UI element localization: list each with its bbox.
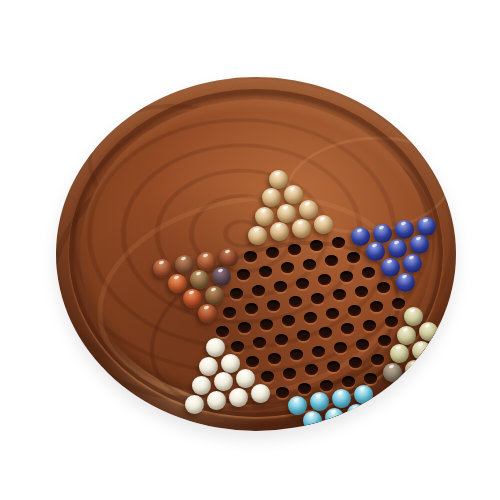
marble-white[interactable]	[207, 391, 226, 410]
hole[interactable]	[364, 373, 377, 384]
marble-olive[interactable]	[397, 326, 416, 345]
hole[interactable]	[246, 356, 259, 367]
marble-red-brown[interactable]	[168, 274, 187, 293]
hole[interactable]	[281, 262, 294, 273]
marble-turquoise[interactable]	[325, 408, 344, 427]
marble-white[interactable]	[192, 376, 211, 395]
marble-turquoise[interactable]	[310, 392, 329, 411]
marble-olive[interactable]	[449, 353, 457, 372]
hole[interactable]	[327, 361, 340, 372]
marble-olive[interactable]	[404, 307, 423, 326]
hole[interactable]	[332, 237, 345, 248]
marble-olive[interactable]	[390, 344, 409, 363]
hole[interactable]	[296, 278, 309, 289]
hole[interactable]	[305, 364, 318, 375]
marble-tan[interactable]	[277, 204, 296, 223]
hole[interactable]	[362, 267, 375, 278]
marble-tan[interactable]	[269, 170, 288, 189]
marble-olive[interactable]	[412, 341, 431, 360]
marble-olive[interactable]	[383, 363, 402, 382]
hole[interactable]	[238, 322, 251, 333]
marble-turquoise[interactable]	[347, 404, 366, 423]
marble-olive[interactable]	[419, 322, 438, 341]
hole[interactable]	[342, 376, 355, 387]
hole[interactable]	[252, 285, 265, 296]
marble-olive[interactable]	[427, 356, 446, 375]
hole[interactable]	[312, 346, 325, 357]
marble-red-brown[interactable]	[205, 286, 224, 305]
marble-tan[interactable]	[248, 226, 267, 245]
hole[interactable]	[289, 296, 302, 307]
marble-red-brown[interactable]	[197, 252, 216, 271]
marble-white[interactable]	[185, 395, 204, 414]
hole[interactable]	[319, 327, 332, 338]
hole[interactable]	[223, 307, 236, 318]
hole[interactable]	[392, 298, 405, 309]
marble-white[interactable]	[199, 357, 218, 376]
hole[interactable]	[371, 354, 384, 365]
hole[interactable]	[266, 247, 279, 258]
hole[interactable]	[378, 335, 391, 346]
marble-tan[interactable]	[262, 188, 281, 207]
marble-red-brown[interactable]	[175, 255, 194, 274]
hole[interactable]	[377, 282, 390, 293]
marble-red-brown[interactable]	[183, 289, 202, 308]
hole[interactable]	[274, 281, 287, 292]
marble-red-brown[interactable]	[219, 248, 238, 267]
hole[interactable]	[290, 349, 303, 360]
marble-blue[interactable]	[366, 242, 385, 261]
marble-turquoise[interactable]	[303, 411, 322, 430]
hole[interactable]	[216, 326, 229, 337]
hole[interactable]	[244, 251, 257, 262]
marble-tan[interactable]	[299, 200, 318, 219]
hole[interactable]	[303, 259, 316, 270]
hole[interactable]	[385, 316, 398, 327]
marble-blue[interactable]	[417, 217, 436, 236]
hole[interactable]	[237, 269, 250, 280]
hole[interactable]	[230, 288, 243, 299]
hole[interactable]	[297, 330, 310, 341]
hole[interactable]	[325, 255, 338, 266]
hole[interactable]	[298, 383, 311, 394]
hole[interactable]	[253, 337, 266, 348]
hole[interactable]	[452, 359, 457, 370]
hole[interactable]	[261, 371, 274, 382]
hole[interactable]	[245, 303, 258, 314]
hole[interactable]	[350, 410, 363, 421]
hole[interactable]	[310, 240, 323, 251]
marble-white[interactable]	[221, 354, 240, 373]
marble-blue[interactable]	[395, 220, 414, 239]
hole[interactable]	[276, 387, 289, 398]
hole[interactable]	[334, 342, 347, 353]
marble-red-brown[interactable]	[153, 259, 172, 278]
hole[interactable]	[347, 252, 360, 263]
marble-blue[interactable]	[396, 273, 415, 292]
hole[interactable]	[326, 308, 339, 319]
hole[interactable]	[430, 362, 443, 373]
marble-turquoise[interactable]	[340, 423, 359, 431]
marble-red-brown[interactable]	[212, 267, 231, 286]
hole[interactable]	[340, 271, 353, 282]
marble-turquoise[interactable]	[318, 426, 337, 431]
marble-olive[interactable]	[434, 337, 453, 356]
hole[interactable]	[343, 429, 356, 431]
marble-white[interactable]	[229, 388, 248, 407]
marble-turquoise[interactable]	[332, 389, 351, 408]
hole[interactable]	[283, 368, 296, 379]
product-photo-scene	[0, 0, 500, 500]
marble-blue[interactable]	[410, 235, 429, 254]
marble-tan[interactable]	[284, 185, 303, 204]
board-cells	[56, 77, 456, 431]
marble-white[interactable]	[236, 369, 255, 388]
marble-white[interactable]	[251, 384, 270, 403]
marble-turquoise[interactable]	[354, 385, 373, 404]
hole[interactable]	[275, 334, 288, 345]
hole[interactable]	[304, 312, 317, 323]
marble-blue[interactable]	[373, 224, 392, 243]
hole[interactable]	[363, 320, 376, 331]
hole[interactable]	[320, 380, 333, 391]
marble-white[interactable]	[214, 372, 233, 391]
hole[interactable]	[260, 319, 273, 330]
hole[interactable]	[437, 343, 450, 354]
chinese-checkers-board	[56, 77, 456, 431]
marble-blue[interactable]	[351, 227, 370, 246]
marble-blue[interactable]	[403, 254, 422, 273]
marble-blue[interactable]	[388, 239, 407, 258]
hole[interactable]	[231, 341, 244, 352]
hole[interactable]	[356, 339, 369, 350]
marble-tan[interactable]	[292, 219, 311, 238]
hole[interactable]	[349, 357, 362, 368]
marble-blue[interactable]	[381, 258, 400, 277]
marble-red-brown[interactable]	[190, 270, 209, 289]
hole[interactable]	[288, 244, 301, 255]
marble-tan[interactable]	[255, 207, 274, 226]
hole[interactable]	[282, 315, 295, 326]
hole[interactable]	[268, 353, 281, 364]
hole[interactable]	[259, 266, 272, 277]
hole[interactable]	[267, 300, 280, 311]
marble-tan[interactable]	[314, 215, 333, 234]
marble-red-brown[interactable]	[198, 304, 217, 323]
hole[interactable]	[370, 301, 383, 312]
hole[interactable]	[318, 274, 331, 285]
hole[interactable]	[348, 305, 361, 316]
marble-olive[interactable]	[405, 360, 424, 379]
marble-white[interactable]	[206, 338, 225, 357]
hole[interactable]	[333, 289, 346, 300]
hole[interactable]	[341, 323, 354, 334]
hole[interactable]	[355, 286, 368, 297]
hole[interactable]	[311, 293, 324, 304]
marble-tan[interactable]	[270, 222, 289, 241]
marble-turquoise[interactable]	[288, 396, 307, 415]
